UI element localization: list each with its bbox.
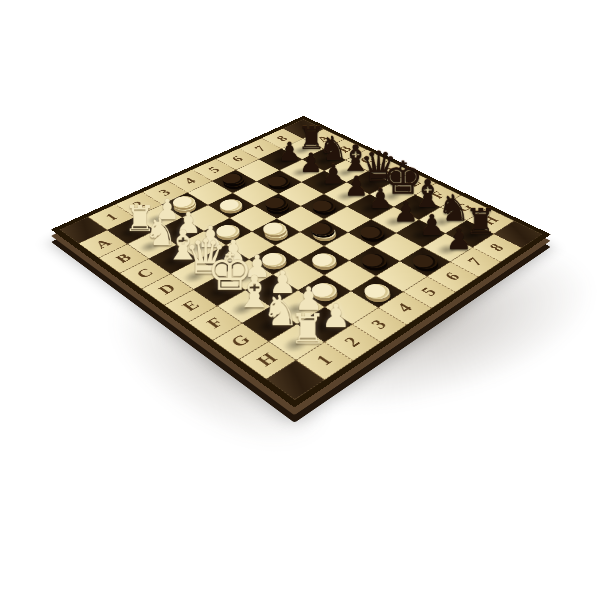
coordinate-text: 4 — [180, 176, 199, 186]
coordinate-text: 1 — [102, 211, 121, 223]
coordinate-text: 4 — [393, 301, 417, 316]
white-rook-h1[interactable]: ♜ — [290, 310, 327, 349]
dark-pawn-f7[interactable]: ♟ — [393, 198, 418, 225]
coordinate-text: D — [155, 281, 180, 297]
coordinate-text: 5 — [417, 285, 441, 299]
dark-checker-h6[interactable] — [408, 252, 442, 272]
dark-pawn-d7[interactable]: ♟ — [344, 174, 368, 200]
dark-pawn-h7[interactable]: ♟ — [446, 225, 472, 253]
coordinate-text: H — [253, 350, 282, 370]
dark-pawn-e7[interactable]: ♟ — [368, 186, 393, 212]
white-checker-king-stack-d4[interactable] — [260, 223, 293, 241]
coordinate-text: 7 — [464, 255, 487, 268]
coordinate-text: B — [112, 251, 135, 265]
coordinate-text: G — [226, 332, 255, 351]
coordinate-text: 2 — [340, 334, 365, 350]
dark-pawn-c7[interactable]: ♟ — [321, 162, 345, 187]
coordinate-text: 6 — [228, 154, 247, 164]
coordinate-text: E — [178, 298, 203, 314]
coordinate-text: A — [91, 237, 115, 251]
dark-pawn-b7[interactable]: ♟ — [299, 150, 322, 175]
coordinate-text: 8 — [486, 241, 509, 254]
dark-checker-king-stack-a5[interactable] — [219, 174, 249, 190]
dark-pawn-a7[interactable]: ♟ — [278, 140, 301, 164]
mixed-checker-stack-e5[interactable] — [308, 223, 341, 241]
dark-pawn-g7[interactable]: ♟ — [419, 212, 445, 239]
coordinate-text: 6 — [441, 270, 465, 284]
coordinate-text: 3 — [367, 317, 392, 333]
coordinate-text: C — [133, 266, 158, 281]
coordinate-text: 1 — [312, 352, 337, 369]
coordinate-text: 5 — [205, 165, 224, 175]
coordinate-text: 7 — [251, 144, 269, 153]
product-photo-scene: 12345678A♜♟♟♜AB♞♟♟♞BC♝♟♟♝CD♛♟♟♛DE♚♟♟♚EF♝… — [0, 0, 600, 600]
coordinate-text: F — [203, 315, 228, 331]
